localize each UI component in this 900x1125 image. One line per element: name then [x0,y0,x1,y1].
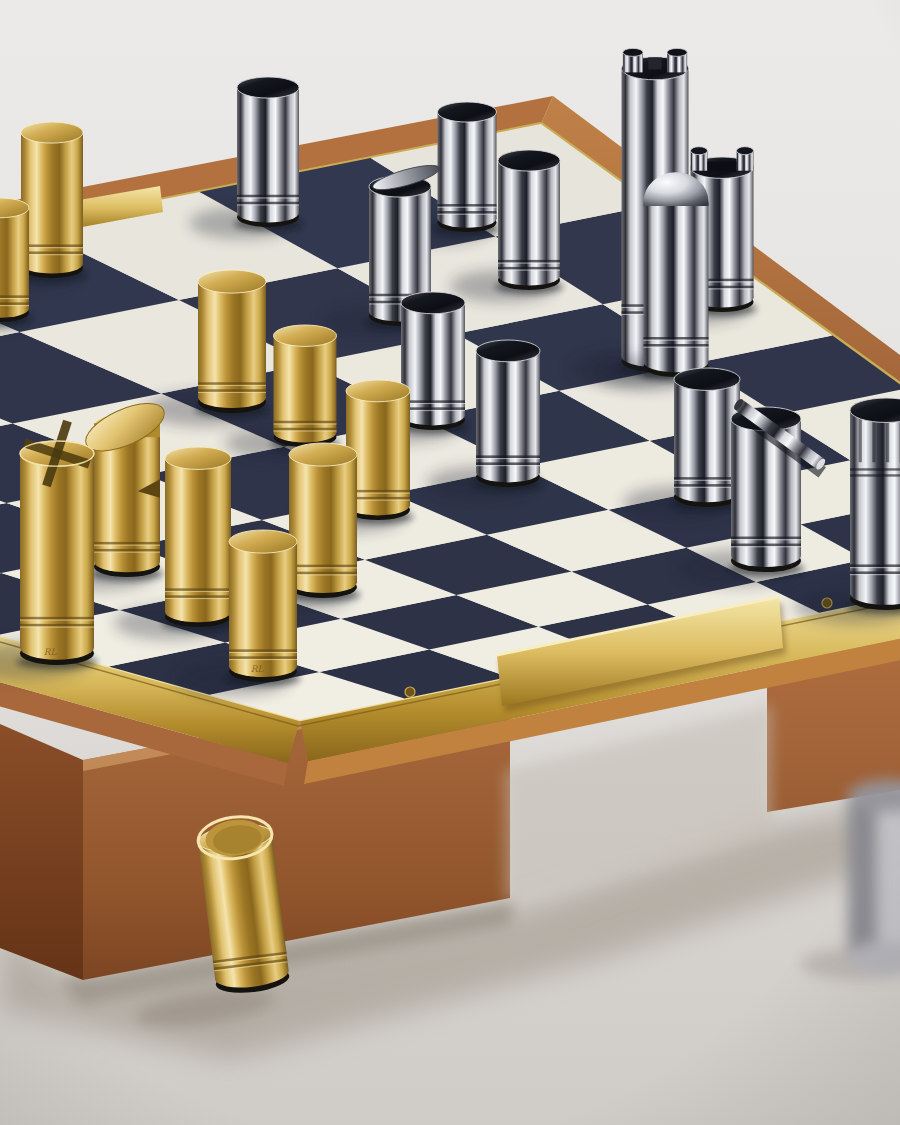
vignette [0,0,900,1125]
scene-svg: RLRL [0,0,900,1125]
chess-set-photo: RLRL [0,0,900,1125]
